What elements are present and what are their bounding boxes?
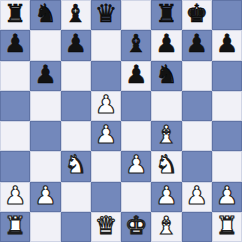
piece-black-pawn[interactable]: ♟	[155, 30, 177, 59]
square-f8[interactable]: ♜	[151, 0, 181, 30]
piece-black-rook[interactable]: ♜	[155, 0, 177, 29]
piece-white-rook[interactable]: ♜	[4, 212, 26, 241]
piece-white-pawn[interactable]: ♟	[95, 91, 117, 120]
square-e4[interactable]	[121, 121, 151, 151]
square-g2[interactable]: ♟	[182, 182, 212, 212]
square-a2[interactable]: ♟	[0, 182, 30, 212]
piece-black-rook[interactable]: ♜	[4, 0, 26, 29]
square-h8[interactable]	[212, 0, 242, 30]
square-a8[interactable]: ♜	[0, 0, 30, 30]
square-f6[interactable]: ♞	[151, 61, 181, 91]
square-g5[interactable]	[182, 91, 212, 121]
piece-white-queen[interactable]: ♛	[95, 212, 117, 241]
square-f1[interactable]: ♝	[151, 212, 181, 242]
square-b5[interactable]	[30, 91, 60, 121]
square-c7[interactable]: ♟	[61, 30, 91, 60]
piece-black-queen[interactable]: ♛	[95, 0, 117, 29]
square-b4[interactable]	[30, 121, 60, 151]
piece-black-pawn[interactable]: ♟	[34, 61, 56, 90]
piece-white-pawn[interactable]: ♟	[34, 182, 56, 211]
square-g6[interactable]	[182, 61, 212, 91]
piece-white-bishop[interactable]: ♝	[155, 212, 177, 241]
square-d7[interactable]	[91, 30, 121, 60]
square-c4[interactable]	[61, 121, 91, 151]
square-b1[interactable]	[30, 212, 60, 242]
square-a6[interactable]	[0, 61, 30, 91]
square-f4[interactable]: ♝	[151, 121, 181, 151]
piece-white-knight[interactable]: ♞	[64, 151, 86, 180]
square-c1[interactable]	[61, 212, 91, 242]
square-h3[interactable]	[212, 151, 242, 181]
piece-white-pawn[interactable]: ♟	[95, 121, 117, 150]
square-g8[interactable]: ♚	[182, 0, 212, 30]
piece-white-knight[interactable]: ♞	[155, 151, 177, 180]
square-h6[interactable]	[212, 61, 242, 91]
square-b2[interactable]: ♟	[30, 182, 60, 212]
piece-white-pawn[interactable]: ♟	[216, 182, 238, 211]
piece-white-pawn[interactable]: ♟	[125, 151, 147, 180]
piece-black-pawn[interactable]: ♟	[125, 61, 147, 90]
square-f3[interactable]: ♞	[151, 151, 181, 181]
square-b3[interactable]	[30, 151, 60, 181]
piece-black-pawn[interactable]: ♟	[4, 30, 26, 59]
square-b6[interactable]: ♟	[30, 61, 60, 91]
square-d8[interactable]: ♛	[91, 0, 121, 30]
square-e8[interactable]	[121, 0, 151, 30]
square-e6[interactable]: ♟	[121, 61, 151, 91]
piece-black-king[interactable]: ♚	[185, 0, 207, 29]
square-h5[interactable]	[212, 91, 242, 121]
square-h7[interactable]: ♟	[212, 30, 242, 60]
piece-white-pawn[interactable]: ♟	[155, 182, 177, 211]
square-d6[interactable]	[91, 61, 121, 91]
square-g7[interactable]: ♟	[182, 30, 212, 60]
square-c5[interactable]	[61, 91, 91, 121]
chess-board: ♜♞♝♛♜♚♟♟♝♟♟♟♟♟♞♟♟♝♞♟♞♟♟♟♟♟♜♛♚♝♜	[0, 0, 242, 242]
piece-black-pawn[interactable]: ♟	[216, 30, 238, 59]
square-h2[interactable]: ♟	[212, 182, 242, 212]
square-a7[interactable]: ♟	[0, 30, 30, 60]
square-e1[interactable]: ♚	[121, 212, 151, 242]
square-c6[interactable]	[61, 61, 91, 91]
square-e7[interactable]: ♝	[121, 30, 151, 60]
piece-white-pawn[interactable]: ♟	[185, 182, 207, 211]
square-f5[interactable]	[151, 91, 181, 121]
chess-app: ♜♞♝♛♜♚♟♟♝♟♟♟♟♟♞♟♟♝♞♟♞♟♟♟♟♟♜♛♚♝♜	[0, 0, 242, 242]
square-d1[interactable]: ♛	[91, 212, 121, 242]
piece-white-pawn[interactable]: ♟	[4, 182, 26, 211]
square-d3[interactable]	[91, 151, 121, 181]
square-d5[interactable]: ♟	[91, 91, 121, 121]
square-c8[interactable]: ♝	[61, 0, 91, 30]
square-g3[interactable]	[182, 151, 212, 181]
square-h4[interactable]	[212, 121, 242, 151]
piece-black-knight[interactable]: ♞	[155, 61, 177, 90]
piece-white-king[interactable]: ♚	[125, 212, 147, 241]
square-e5[interactable]	[121, 91, 151, 121]
square-a1[interactable]: ♜	[0, 212, 30, 242]
square-e3[interactable]: ♟	[121, 151, 151, 181]
square-a4[interactable]	[0, 121, 30, 151]
square-a3[interactable]	[0, 151, 30, 181]
square-c2[interactable]	[61, 182, 91, 212]
square-f7[interactable]: ♟	[151, 30, 181, 60]
square-b7[interactable]	[30, 30, 60, 60]
square-h1[interactable]: ♜	[212, 212, 242, 242]
piece-black-pawn[interactable]: ♟	[185, 30, 207, 59]
square-f2[interactable]: ♟	[151, 182, 181, 212]
square-b8[interactable]: ♞	[30, 0, 60, 30]
piece-black-knight[interactable]: ♞	[34, 0, 56, 29]
square-d4[interactable]: ♟	[91, 121, 121, 151]
square-a5[interactable]	[0, 91, 30, 121]
piece-black-pawn[interactable]: ♟	[64, 30, 86, 59]
square-d2[interactable]	[91, 182, 121, 212]
piece-black-bishop[interactable]: ♝	[64, 0, 86, 29]
square-g4[interactable]	[182, 121, 212, 151]
square-e2[interactable]	[121, 182, 151, 212]
square-g1[interactable]	[182, 212, 212, 242]
square-c3[interactable]: ♞	[61, 151, 91, 181]
piece-black-bishop[interactable]: ♝	[125, 30, 147, 59]
piece-white-bishop[interactable]: ♝	[155, 121, 177, 150]
piece-white-rook[interactable]: ♜	[216, 212, 238, 241]
